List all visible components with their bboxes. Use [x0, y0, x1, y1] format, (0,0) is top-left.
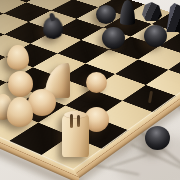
king-crown-slot	[77, 115, 80, 127]
pieces-layer	[0, 0, 180, 180]
king-crown-slot	[70, 114, 73, 128]
piece-white-pawn-egg-3[interactable]	[7, 97, 33, 127]
piece-black-pawn-dome-3[interactable]	[102, 27, 125, 49]
piece-white-king-cylinder[interactable]	[62, 112, 89, 157]
piece-black-king-cone[interactable]	[120, 0, 135, 25]
piece-white-pawn-sphere-2[interactable]	[8, 71, 33, 97]
piece-black-pawn-dome-1[interactable]	[96, 5, 116, 24]
marble-table	[0, 0, 180, 180]
piece-black-bishop-wedge[interactable]	[165, 3, 180, 32]
piece-black-knight-faceted[interactable]	[142, 2, 162, 21]
piece-black-pawn-teardrop[interactable]	[42, 16, 64, 40]
piece-white-pawn-egg-1[interactable]	[7, 45, 29, 70]
piece-black-pawn-captured[interactable]	[145, 126, 170, 150]
piece-white-pawn-sphere-1[interactable]	[86, 72, 107, 93]
piece-black-pawn-dome-2[interactable]	[144, 25, 167, 47]
